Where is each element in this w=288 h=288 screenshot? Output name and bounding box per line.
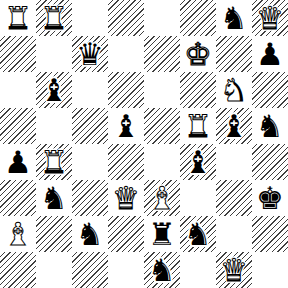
piece-black-knight-e1: ♞ xyxy=(148,255,176,286)
square-d2[interactable] xyxy=(108,216,144,252)
square-g3[interactable] xyxy=(216,180,252,216)
square-b6[interactable]: ♝ xyxy=(36,72,72,108)
square-c2[interactable]: ♞ xyxy=(72,216,108,252)
piece-white-king-f7: ♚ xyxy=(184,39,212,70)
square-f2[interactable]: ♞ xyxy=(180,216,216,252)
piece-black-queen-c7: ♛ xyxy=(76,39,104,70)
square-e1[interactable]: ♞ xyxy=(144,252,180,288)
piece-white-queen-d3: ♛ xyxy=(112,183,140,214)
square-f1[interactable] xyxy=(180,252,216,288)
square-f8[interactable] xyxy=(180,0,216,36)
square-h7[interactable]: ♟ xyxy=(252,36,288,72)
square-e3[interactable]: ♝ xyxy=(144,180,180,216)
square-c8[interactable] xyxy=(72,0,108,36)
piece-white-rook-b4: ♜ xyxy=(40,147,68,178)
square-e5[interactable] xyxy=(144,108,180,144)
square-g2[interactable] xyxy=(216,216,252,252)
square-a6[interactable] xyxy=(0,72,36,108)
chess-board: ♜♜♞♛♛♚♟♝♞♝♜♝♞♟♜♝♞♛♝♚♝♞♜♞♞♛ xyxy=(0,0,288,288)
piece-white-rook-b8: ♜ xyxy=(40,3,68,34)
square-a3[interactable] xyxy=(0,180,36,216)
square-b4[interactable]: ♜ xyxy=(36,144,72,180)
piece-white-rook-a8: ♜ xyxy=(4,3,32,34)
square-b2[interactable] xyxy=(36,216,72,252)
piece-black-king-h3: ♚ xyxy=(256,183,284,214)
piece-black-knight-c2: ♞ xyxy=(76,219,104,250)
square-c6[interactable] xyxy=(72,72,108,108)
square-e7[interactable] xyxy=(144,36,180,72)
square-d5[interactable]: ♝ xyxy=(108,108,144,144)
square-g7[interactable] xyxy=(216,36,252,72)
square-g8[interactable]: ♞ xyxy=(216,0,252,36)
piece-black-pawn-h7: ♟ xyxy=(256,39,284,70)
square-h3[interactable]: ♚ xyxy=(252,180,288,216)
square-a4[interactable]: ♟ xyxy=(0,144,36,180)
square-h8[interactable]: ♛ xyxy=(252,0,288,36)
square-f6[interactable] xyxy=(180,72,216,108)
square-c7[interactable]: ♛ xyxy=(72,36,108,72)
piece-white-bishop-e3: ♝ xyxy=(148,183,176,214)
square-e8[interactable] xyxy=(144,0,180,36)
square-d8[interactable] xyxy=(108,0,144,36)
square-c5[interactable] xyxy=(72,108,108,144)
piece-white-queen-h8: ♛ xyxy=(256,3,284,34)
square-e2[interactable]: ♜ xyxy=(144,216,180,252)
piece-black-bishop-f4: ♝ xyxy=(184,147,212,178)
square-h4[interactable] xyxy=(252,144,288,180)
square-e4[interactable] xyxy=(144,144,180,180)
square-b7[interactable] xyxy=(36,36,72,72)
square-h2[interactable] xyxy=(252,216,288,252)
piece-white-bishop-a2: ♝ xyxy=(4,219,32,250)
square-c1[interactable] xyxy=(72,252,108,288)
square-b3[interactable]: ♞ xyxy=(36,180,72,216)
square-c3[interactable] xyxy=(72,180,108,216)
square-b8[interactable]: ♜ xyxy=(36,0,72,36)
piece-white-queen-g1: ♛ xyxy=(220,255,248,286)
piece-black-knight-f2: ♞ xyxy=(184,219,212,250)
square-e6[interactable] xyxy=(144,72,180,108)
square-b1[interactable] xyxy=(36,252,72,288)
square-b5[interactable] xyxy=(36,108,72,144)
square-d6[interactable] xyxy=(108,72,144,108)
square-g6[interactable]: ♞ xyxy=(216,72,252,108)
square-c4[interactable] xyxy=(72,144,108,180)
square-h5[interactable]: ♞ xyxy=(252,108,288,144)
square-d4[interactable] xyxy=(108,144,144,180)
piece-white-rook-f5: ♜ xyxy=(184,111,212,142)
piece-black-pawn-a4: ♟ xyxy=(4,147,32,178)
square-f7[interactable]: ♚ xyxy=(180,36,216,72)
square-a8[interactable]: ♜ xyxy=(0,0,36,36)
square-g4[interactable] xyxy=(216,144,252,180)
square-d3[interactable]: ♛ xyxy=(108,180,144,216)
piece-black-rook-e2: ♜ xyxy=(148,219,176,250)
piece-white-knight-g6: ♞ xyxy=(220,75,248,106)
piece-black-bishop-b6: ♝ xyxy=(40,75,68,106)
square-a7[interactable] xyxy=(0,36,36,72)
square-d1[interactable] xyxy=(108,252,144,288)
square-h1[interactable] xyxy=(252,252,288,288)
square-f4[interactable]: ♝ xyxy=(180,144,216,180)
square-f5[interactable]: ♜ xyxy=(180,108,216,144)
piece-black-bishop-d5: ♝ xyxy=(112,111,140,142)
piece-black-knight-b3: ♞ xyxy=(40,183,68,214)
piece-black-bishop-g5: ♝ xyxy=(220,111,248,142)
square-a2[interactable]: ♝ xyxy=(0,216,36,252)
square-g5[interactable]: ♝ xyxy=(216,108,252,144)
square-g1[interactable]: ♛ xyxy=(216,252,252,288)
square-f3[interactable] xyxy=(180,180,216,216)
square-d7[interactable] xyxy=(108,36,144,72)
square-a5[interactable] xyxy=(0,108,36,144)
square-a1[interactable] xyxy=(0,252,36,288)
square-h6[interactable] xyxy=(252,72,288,108)
piece-black-knight-h5: ♞ xyxy=(256,111,284,142)
piece-black-knight-g8: ♞ xyxy=(220,3,248,34)
